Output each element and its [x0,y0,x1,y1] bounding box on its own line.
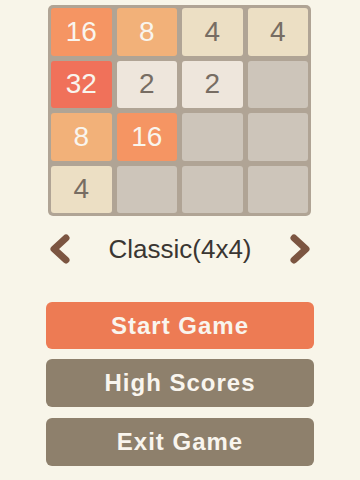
game-menu-screen: 1684432228164 Classic(4x4) Start Game Hi… [0,0,360,480]
empty-cell [248,166,309,214]
start-game-button[interactable]: Start Game [46,302,314,349]
tile-4: 4 [248,8,309,56]
tile-4: 4 [51,166,112,214]
empty-cell [182,166,243,214]
tile-32: 32 [51,61,112,109]
tile-16: 16 [117,113,178,161]
empty-cell [248,61,309,109]
tile-8: 8 [117,8,178,56]
tile-2: 2 [182,61,243,109]
board-preview: 1684432228164 [48,5,311,216]
tile-2: 2 [117,61,178,109]
empty-cell [117,166,178,214]
empty-cell [182,113,243,161]
mode-selector: Classic(4x4) [0,232,360,266]
next-mode-button[interactable] [285,233,315,265]
tile-16: 16 [51,8,112,56]
chevron-left-icon [46,234,74,264]
tile-4: 4 [182,8,243,56]
prev-mode-button[interactable] [45,233,75,265]
exit-game-button[interactable]: Exit Game [46,418,314,466]
tile-8: 8 [51,113,112,161]
empty-cell [248,113,309,161]
high-scores-button[interactable]: High Scores [46,359,314,407]
chevron-right-icon [286,234,314,264]
